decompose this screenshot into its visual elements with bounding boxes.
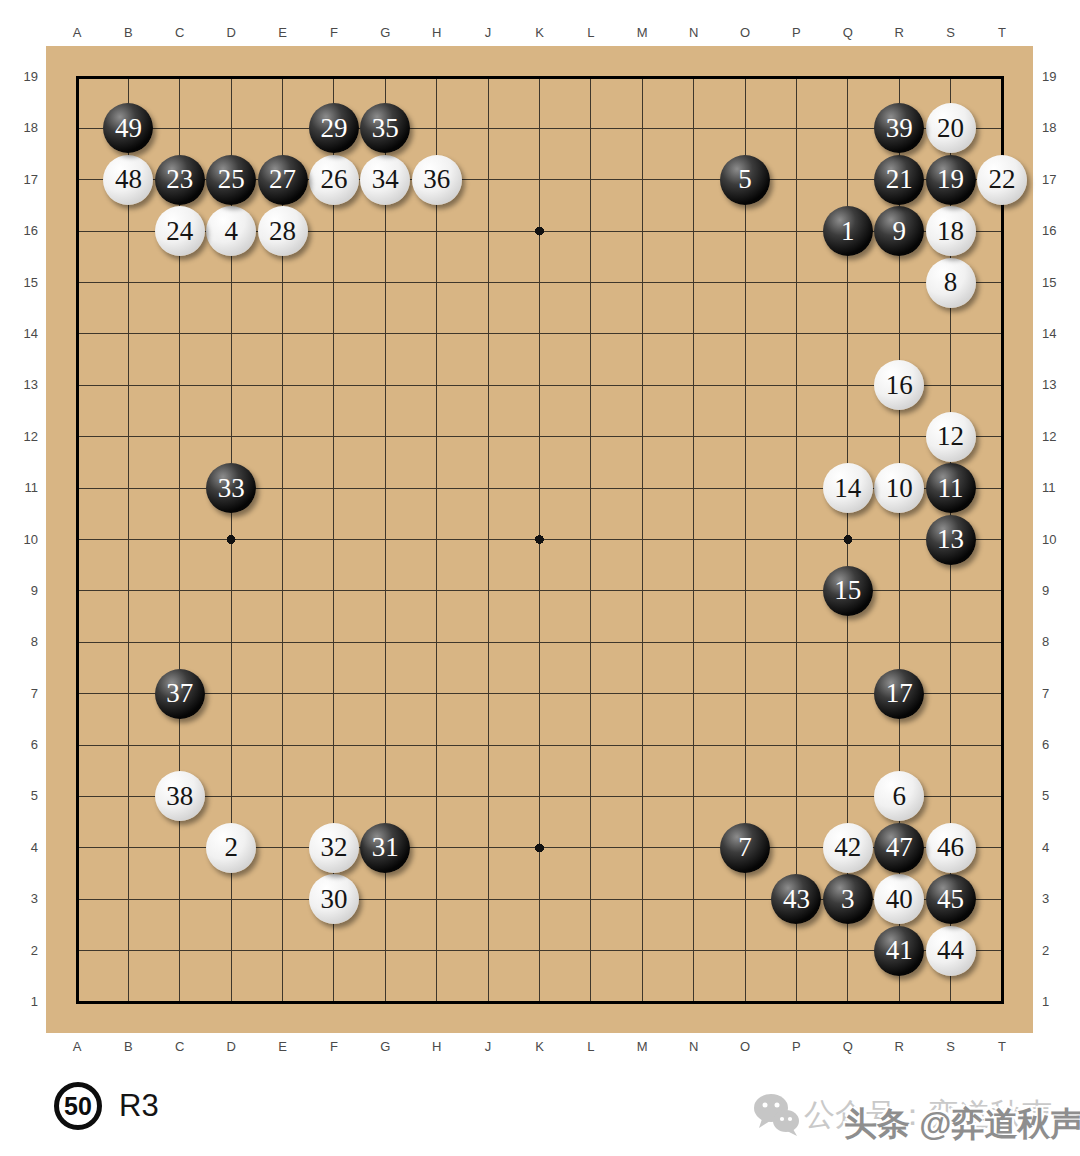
stone-25-black-D17: 25 (206, 155, 256, 205)
stone-12-white-S12: 12 (926, 412, 976, 462)
stone-14-white-Q11: 14 (823, 463, 873, 513)
coord-row-2-left: 2 (6, 942, 38, 960)
stone-17-black-R7: 17 (874, 669, 924, 719)
coord-row-6-left: 6 (6, 736, 38, 754)
stone-31-black-G4: 31 (360, 823, 410, 873)
move-50-circle-stone: 50 (54, 1082, 102, 1130)
star-point-K10 (535, 535, 544, 544)
stone-1-black-Q16: 1 (823, 206, 873, 256)
coord-col-Q-top: Q (833, 24, 863, 42)
coord-col-C-top: C (165, 24, 195, 42)
coord-row-6-right: 6 (1042, 736, 1074, 754)
star-point-K16 (535, 227, 544, 236)
coord-row-10-right: 10 (1042, 531, 1074, 549)
coord-row-15-right: 15 (1042, 274, 1074, 292)
coord-row-11-right: 11 (1042, 479, 1074, 497)
stone-5-black-O17: 5 (720, 155, 770, 205)
coord-col-C-bottom: C (165, 1038, 195, 1056)
coord-row-2-right: 2 (1042, 942, 1074, 960)
coord-col-J-bottom: J (473, 1038, 503, 1056)
coord-col-O-bottom: O (730, 1038, 760, 1056)
coord-row-12-left: 12 (6, 428, 38, 446)
stone-46-white-S4: 46 (926, 823, 976, 873)
coord-col-S-bottom: S (936, 1038, 966, 1056)
coord-row-1-left: 1 (6, 993, 38, 1011)
coord-row-19-left: 19 (6, 68, 38, 86)
stone-2-white-D4: 2 (206, 823, 256, 873)
coord-row-11-left: 11 (6, 479, 38, 497)
coord-row-1-right: 1 (1042, 993, 1074, 1011)
stone-33-black-D11: 33 (206, 463, 256, 513)
stone-45-black-S3: 45 (926, 874, 976, 924)
stone-44-white-S2: 44 (926, 926, 976, 976)
coord-col-G-top: G (370, 24, 400, 42)
coord-col-K-top: K (525, 24, 555, 42)
coord-col-N-bottom: N (679, 1038, 709, 1056)
coord-col-B-top: B (113, 24, 143, 42)
coord-col-H-bottom: H (422, 1038, 452, 1056)
coord-col-N-top: N (679, 24, 709, 42)
coord-row-5-right: 5 (1042, 787, 1074, 805)
coord-row-16-left: 16 (6, 222, 38, 240)
stone-42-white-Q4: 42 (823, 823, 873, 873)
coord-row-5-left: 5 (6, 787, 38, 805)
stone-28-white-E16: 28 (258, 206, 308, 256)
coord-col-K-bottom: K (525, 1038, 555, 1056)
stone-20-white-S18: 20 (926, 103, 976, 153)
stone-26-white-F17: 26 (309, 155, 359, 205)
coord-row-19-right: 19 (1042, 68, 1074, 86)
stone-47-black-R4: 47 (874, 823, 924, 873)
star-point-K4 (535, 843, 544, 852)
stone-24-white-C16: 24 (155, 206, 205, 256)
coord-col-J-top: J (473, 24, 503, 42)
coord-row-10-left: 10 (6, 531, 38, 549)
coord-row-14-right: 14 (1042, 325, 1074, 343)
stone-10-white-R11: 10 (874, 463, 924, 513)
coord-row-14-left: 14 (6, 325, 38, 343)
stone-11-black-S11: 11 (926, 463, 976, 513)
move-annotation: 50 R3 (54, 1082, 159, 1130)
coord-col-M-top: M (627, 24, 657, 42)
coord-row-18-left: 18 (6, 119, 38, 137)
coord-row-9-left: 9 (6, 582, 38, 600)
go-board: 1234567891011121314151617181920212223242… (46, 46, 1033, 1033)
coord-col-P-top: P (781, 24, 811, 42)
stone-36-white-H17: 36 (412, 155, 462, 205)
stone-19-black-S17: 19 (926, 155, 976, 205)
coord-col-R-top: R (884, 24, 914, 42)
coord-row-3-left: 3 (6, 890, 38, 908)
go-diagram-page: 1234567891011121314151617181920212223242… (0, 0, 1080, 1156)
coord-row-4-right: 4 (1042, 839, 1074, 857)
stone-41-black-R2: 41 (874, 926, 924, 976)
stone-18-white-S16: 18 (926, 206, 976, 256)
coord-row-3-right: 3 (1042, 890, 1074, 908)
coord-col-R-bottom: R (884, 1038, 914, 1056)
coord-col-S-top: S (936, 24, 966, 42)
coord-col-M-bottom: M (627, 1038, 657, 1056)
stone-37-black-C7: 37 (155, 669, 205, 719)
coord-col-E-bottom: E (268, 1038, 298, 1056)
coord-col-Q-bottom: Q (833, 1038, 863, 1056)
coord-col-H-top: H (422, 24, 452, 42)
coord-col-A-bottom: A (62, 1038, 92, 1056)
star-point-D10 (227, 535, 236, 544)
coord-col-E-top: E (268, 24, 298, 42)
coord-col-T-bottom: T (987, 1038, 1017, 1056)
coord-col-D-bottom: D (216, 1038, 246, 1056)
stone-30-white-F3: 30 (309, 874, 359, 924)
coord-row-17-right: 17 (1042, 171, 1074, 189)
stone-15-black-Q9: 15 (823, 566, 873, 616)
coord-col-G-bottom: G (370, 1038, 400, 1056)
stone-4-white-D16: 4 (206, 206, 256, 256)
coord-row-9-right: 9 (1042, 582, 1074, 600)
stone-34-white-G17: 34 (360, 155, 410, 205)
stone-23-black-C17: 23 (155, 155, 205, 205)
coord-row-8-right: 8 (1042, 633, 1074, 651)
coord-row-7-left: 7 (6, 685, 38, 703)
wechat-icon (752, 1092, 800, 1136)
coord-row-8-left: 8 (6, 633, 38, 651)
star-point-Q10 (843, 535, 852, 544)
stone-38-white-C5: 38 (155, 771, 205, 821)
coord-col-B-bottom: B (113, 1038, 143, 1056)
coord-row-16-right: 16 (1042, 222, 1074, 240)
coord-row-17-left: 17 (6, 171, 38, 189)
stone-48-white-B17: 48 (103, 155, 153, 205)
coord-row-15-left: 15 (6, 274, 38, 292)
stone-27-black-E17: 27 (258, 155, 308, 205)
coord-col-D-top: D (216, 24, 246, 42)
coord-col-F-bottom: F (319, 1038, 349, 1056)
coord-row-12-right: 12 (1042, 428, 1074, 446)
stone-3-black-Q3: 3 (823, 874, 873, 924)
stone-22-white-T17: 22 (977, 155, 1027, 205)
coord-col-T-top: T (987, 24, 1017, 42)
coord-col-A-top: A (62, 24, 92, 42)
stone-7-black-O4: 7 (720, 823, 770, 873)
coord-row-18-right: 18 (1042, 119, 1074, 137)
stone-29-black-F18: 29 (309, 103, 359, 153)
stone-32-white-F4: 32 (309, 823, 359, 873)
coord-col-O-top: O (730, 24, 760, 42)
coord-row-13-right: 13 (1042, 376, 1074, 394)
coord-col-F-top: F (319, 24, 349, 42)
coord-col-P-bottom: P (781, 1038, 811, 1056)
watermark: 公众号：弈道秋声 头条 @弈道秋声 (748, 1082, 1078, 1146)
stone-8-white-S15: 8 (926, 258, 976, 308)
coord-row-7-right: 7 (1042, 685, 1074, 703)
watermark-dark-text: 头条 @弈道秋声 (844, 1102, 1080, 1147)
coord-col-L-bottom: L (576, 1038, 606, 1056)
move-50-location: R3 (119, 1088, 159, 1124)
stone-21-black-R17: 21 (874, 155, 924, 205)
coord-row-4-left: 4 (6, 839, 38, 857)
coord-col-L-top: L (576, 24, 606, 42)
move-50-number: 50 (64, 1092, 92, 1121)
stone-13-black-S10: 13 (926, 515, 976, 565)
coord-row-13-left: 13 (6, 376, 38, 394)
